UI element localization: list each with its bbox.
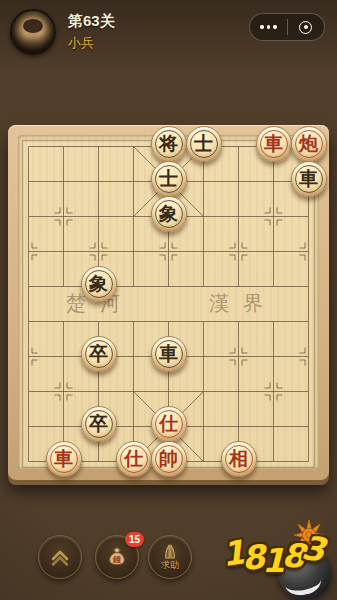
piece-black-soldier[interactable]: 卒	[81, 406, 117, 442]
piece-glyph: 仕	[124, 449, 143, 468]
piece-red-advisor[interactable]: 仕	[116, 441, 152, 477]
piece-glyph: 相	[229, 449, 248, 468]
praying-hands-icon	[159, 544, 181, 560]
piece-glyph: 卒	[89, 414, 108, 433]
piece-black-chariot[interactable]: 車	[151, 336, 187, 372]
piece-glyph: 士	[194, 134, 213, 153]
piece-glyph: 象	[159, 204, 178, 223]
help-button[interactable]: 求助	[148, 535, 192, 579]
watermark-text: 18183	[222, 526, 322, 565]
piece-black-elephant[interactable]: 象	[151, 196, 187, 232]
xiangqi-board[interactable]: 楚河 漢界 将士車炮士車象象卒車卒仕車仕帥相	[8, 125, 329, 480]
piece-red-cannon[interactable]: 炮	[291, 126, 327, 162]
board-surface: 楚河 漢界 将士車炮士車象象卒車卒仕車仕帥相	[18, 135, 319, 470]
piece-glyph: 車	[264, 134, 283, 153]
more-dots-icon[interactable]	[250, 14, 287, 40]
player-avatar	[10, 9, 56, 55]
piece-black-general[interactable]: 将	[151, 126, 187, 162]
piece-glyph: 帥	[159, 449, 178, 468]
piece-red-elephant[interactable]: 相	[221, 441, 257, 477]
money-bag-icon: 錢	[104, 544, 130, 570]
piece-red-chariot[interactable]: 車	[256, 126, 292, 162]
piece-black-chariot[interactable]: 車	[291, 161, 327, 197]
chevron-up-icon	[48, 547, 72, 567]
collapse-menu-button[interactable]	[38, 535, 82, 579]
piece-glyph: 車	[159, 344, 178, 363]
svg-text:錢: 錢	[112, 555, 121, 564]
piece-black-elephant[interactable]: 象	[81, 266, 117, 302]
player-name: 小兵	[68, 34, 94, 52]
piece-glyph: 象	[89, 274, 108, 293]
level-label: 第63关	[68, 12, 115, 31]
piece-glyph: 炮	[299, 134, 318, 153]
coin-badge: 15	[125, 532, 144, 547]
piece-black-advisor[interactable]: 士	[151, 161, 187, 197]
capsule-circle-icon[interactable]	[288, 14, 325, 40]
help-button-label: 求助	[161, 561, 179, 570]
piece-glyph: 将	[159, 134, 178, 153]
piece-red-advisor[interactable]: 仕	[151, 406, 187, 442]
watermark-18183: 18183	[222, 520, 334, 596]
wechat-capsule	[249, 13, 325, 41]
piece-glyph: 仕	[159, 414, 178, 433]
piece-glyph: 卒	[89, 344, 108, 363]
board-grid: 将士車炮士車象象卒車卒仕車仕帥相	[11, 129, 326, 479]
piece-red-chariot[interactable]: 車	[46, 441, 82, 477]
game-screen: 第63关 小兵 楚河 漢界 将士車炮士車象象卒車卒仕車仕帥相 錢 15	[0, 0, 337, 600]
piece-black-advisor[interactable]: 士	[186, 126, 222, 162]
piece-red-general[interactable]: 帥	[151, 441, 187, 477]
piece-glyph: 車	[54, 449, 73, 468]
piece-glyph: 士	[159, 169, 178, 188]
coin-bag-button[interactable]: 錢 15	[95, 535, 139, 579]
piece-black-soldier[interactable]: 卒	[81, 336, 117, 372]
piece-glyph: 車	[299, 169, 318, 188]
